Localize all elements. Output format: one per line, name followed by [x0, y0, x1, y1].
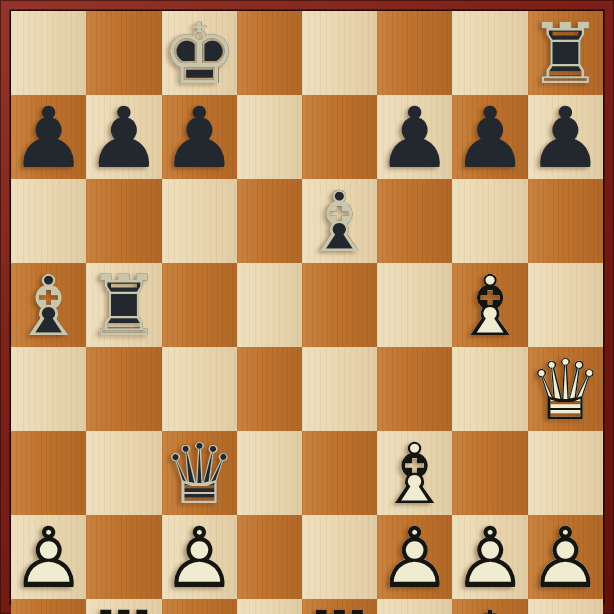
piece-fill-glyph: ♟	[528, 96, 603, 180]
piece-outline-glyph: ♙	[528, 516, 603, 600]
board-frame: ♚♔♜♖♟♟♟♟♟♟♝♗♝♗♜♖♝♗♛♕♛♕♝♗♟♙♟♙♟♙♟♙♟♙♜♖♜♖♚♔	[0, 0, 614, 614]
piece-outline-glyph: ♗	[302, 180, 377, 264]
square-g4[interactable]	[452, 347, 527, 431]
square-c4[interactable]	[162, 347, 237, 431]
square-h4[interactable]: ♛♕	[528, 347, 603, 431]
square-b3[interactable]	[86, 431, 161, 515]
square-g7[interactable]: ♟	[452, 95, 527, 179]
black-pawn[interactable]: ♟	[162, 95, 237, 179]
square-g5[interactable]: ♝♗	[452, 263, 527, 347]
square-d1[interactable]	[237, 599, 302, 614]
square-d5[interactable]	[237, 263, 302, 347]
white-bishop[interactable]: ♝♗	[377, 431, 452, 515]
piece-fill-glyph: ♟	[11, 96, 86, 180]
piece-outline-glyph: ♔	[452, 600, 527, 614]
square-c3[interactable]: ♛♕	[162, 431, 237, 515]
chess-board: ♚♔♜♖♟♟♟♟♟♟♝♗♝♗♜♖♝♗♛♕♛♕♝♗♟♙♟♙♟♙♟♙♟♙♜♖♜♖♚♔	[10, 10, 604, 604]
square-d2[interactable]	[237, 515, 302, 599]
piece-outline-glyph: ♙	[11, 516, 86, 600]
piece-fill-glyph: ♟	[452, 96, 527, 180]
piece-outline-glyph: ♗	[377, 432, 452, 516]
piece-fill-glyph: ♟	[377, 96, 452, 180]
white-pawn[interactable]: ♟♙	[452, 515, 527, 599]
piece-outline-glyph: ♖	[528, 12, 603, 96]
square-b6[interactable]	[86, 179, 161, 263]
white-rook[interactable]: ♜♖	[86, 599, 161, 614]
piece-outline-glyph: ♖	[86, 264, 161, 348]
square-c5[interactable]	[162, 263, 237, 347]
white-pawn[interactable]: ♟♙	[528, 515, 603, 599]
square-h3[interactable]	[528, 431, 603, 515]
square-e3[interactable]	[302, 431, 377, 515]
square-e4[interactable]	[302, 347, 377, 431]
square-f8[interactable]	[377, 11, 452, 95]
square-a3[interactable]	[11, 431, 86, 515]
square-a8[interactable]	[11, 11, 86, 95]
square-c1[interactable]	[162, 599, 237, 614]
square-g6[interactable]	[452, 179, 527, 263]
piece-outline-glyph: ♔	[162, 12, 237, 96]
black-pawn[interactable]: ♟	[377, 95, 452, 179]
square-c6[interactable]	[162, 179, 237, 263]
white-queen[interactable]: ♛♕	[528, 347, 603, 431]
square-f5[interactable]	[377, 263, 452, 347]
piece-fill-glyph: ♟	[86, 96, 161, 180]
square-b5[interactable]: ♜♖	[86, 263, 161, 347]
black-king[interactable]: ♚♔	[162, 11, 237, 95]
square-c7[interactable]: ♟	[162, 95, 237, 179]
white-king[interactable]: ♚♔	[452, 599, 527, 614]
square-e2[interactable]	[302, 515, 377, 599]
white-rook[interactable]: ♜♖	[302, 599, 377, 614]
square-h8[interactable]: ♜♖	[528, 11, 603, 95]
black-rook[interactable]: ♜♖	[528, 11, 603, 95]
square-d8[interactable]	[237, 11, 302, 95]
square-a2[interactable]: ♟♙	[11, 515, 86, 599]
piece-outline-glyph: ♖	[86, 600, 161, 614]
square-b4[interactable]	[86, 347, 161, 431]
square-g8[interactable]	[452, 11, 527, 95]
square-g1[interactable]: ♚♔	[452, 599, 527, 614]
white-pawn[interactable]: ♟♙	[11, 515, 86, 599]
square-e5[interactable]	[302, 263, 377, 347]
square-e7[interactable]	[302, 95, 377, 179]
square-f7[interactable]: ♟	[377, 95, 452, 179]
square-e8[interactable]	[302, 11, 377, 95]
square-b8[interactable]	[86, 11, 161, 95]
square-a1[interactable]	[11, 599, 86, 614]
square-f2[interactable]: ♟♙	[377, 515, 452, 599]
black-pawn[interactable]: ♟	[528, 95, 603, 179]
square-h7[interactable]: ♟	[528, 95, 603, 179]
square-h2[interactable]: ♟♙	[528, 515, 603, 599]
square-f3[interactable]: ♝♗	[377, 431, 452, 515]
square-a6[interactable]	[11, 179, 86, 263]
white-pawn[interactable]: ♟♙	[162, 515, 237, 599]
piece-outline-glyph: ♕	[528, 348, 603, 432]
black-pawn[interactable]: ♟	[11, 95, 86, 179]
square-f1[interactable]	[377, 599, 452, 614]
piece-outline-glyph: ♗	[11, 264, 86, 348]
square-e1[interactable]: ♜♖	[302, 599, 377, 614]
black-bishop[interactable]: ♝♗	[11, 263, 86, 347]
square-h6[interactable]	[528, 179, 603, 263]
piece-outline-glyph: ♗	[452, 264, 527, 348]
white-pawn[interactable]: ♟♙	[377, 515, 452, 599]
square-d3[interactable]	[237, 431, 302, 515]
square-d7[interactable]	[237, 95, 302, 179]
white-bishop[interactable]: ♝♗	[452, 263, 527, 347]
square-f4[interactable]	[377, 347, 452, 431]
square-b7[interactable]: ♟	[86, 95, 161, 179]
black-pawn[interactable]: ♟	[86, 95, 161, 179]
square-b2[interactable]	[86, 515, 161, 599]
square-c2[interactable]: ♟♙	[162, 515, 237, 599]
black-pawn[interactable]: ♟	[452, 95, 527, 179]
piece-outline-glyph: ♕	[162, 432, 237, 516]
black-queen[interactable]: ♛♕	[162, 431, 237, 515]
square-f6[interactable]	[377, 179, 452, 263]
square-a7[interactable]: ♟	[11, 95, 86, 179]
piece-outline-glyph: ♙	[162, 516, 237, 600]
square-g3[interactable]	[452, 431, 527, 515]
piece-outline-glyph: ♙	[377, 516, 452, 600]
square-e6[interactable]: ♝♗	[302, 179, 377, 263]
square-a4[interactable]	[11, 347, 86, 431]
piece-outline-glyph: ♙	[452, 516, 527, 600]
square-h1[interactable]	[528, 599, 603, 614]
square-g2[interactable]: ♟♙	[452, 515, 527, 599]
piece-fill-glyph: ♟	[162, 96, 237, 180]
square-d4[interactable]	[237, 347, 302, 431]
square-c8[interactable]: ♚♔	[162, 11, 237, 95]
square-b1[interactable]: ♜♖	[86, 599, 161, 614]
black-rook[interactable]: ♜♖	[86, 263, 161, 347]
black-bishop[interactable]: ♝♗	[302, 179, 377, 263]
square-a5[interactable]: ♝♗	[11, 263, 86, 347]
piece-outline-glyph: ♖	[302, 600, 377, 614]
square-h5[interactable]	[528, 263, 603, 347]
square-d6[interactable]	[237, 179, 302, 263]
